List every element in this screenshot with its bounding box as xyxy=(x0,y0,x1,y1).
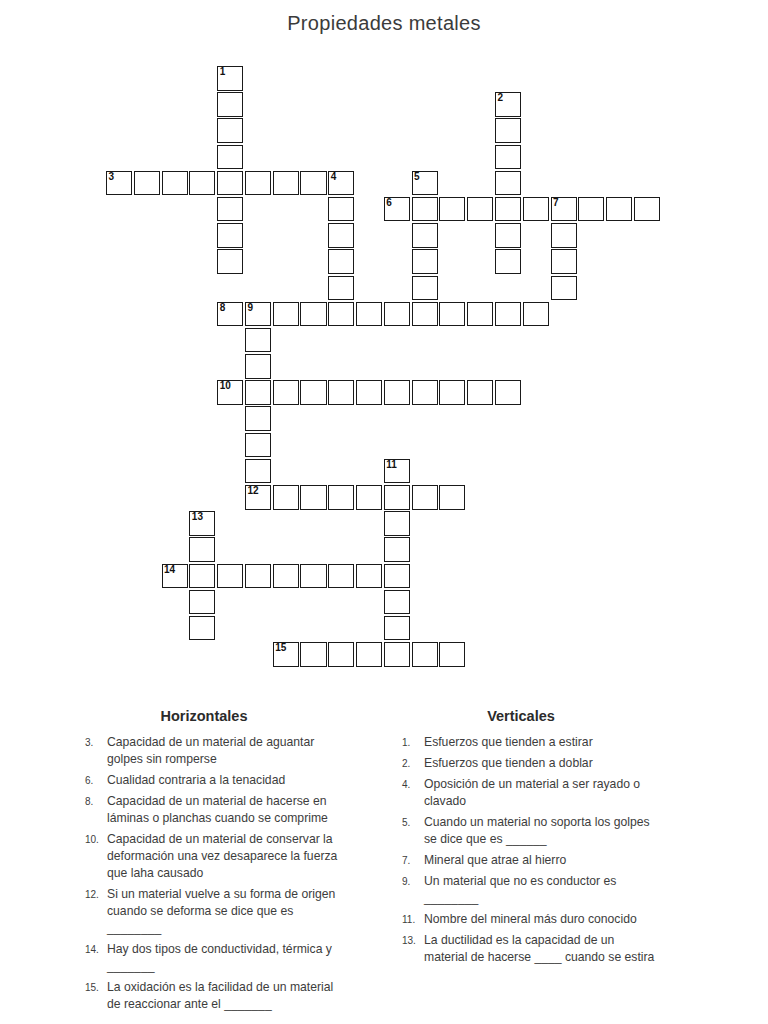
grid-cell[interactable] xyxy=(439,380,465,405)
grid-cell[interactable] xyxy=(439,642,465,667)
clue-text: Un material que no es conductor es _____… xyxy=(424,873,656,907)
clue-item: 13.La ductilidad es la capacidad de un m… xyxy=(402,932,668,966)
clue-text: Capacidad de un material de conservar la… xyxy=(107,831,339,882)
cell-number: 4 xyxy=(331,171,337,183)
grid-cell[interactable]: 11 xyxy=(384,459,410,484)
grid-cell[interactable] xyxy=(245,433,271,458)
grid-cell[interactable] xyxy=(189,171,215,196)
grid-cell[interactable] xyxy=(217,249,243,274)
cell-number: 5 xyxy=(414,171,420,183)
grid-cell[interactable] xyxy=(384,616,410,641)
cell-number: 12 xyxy=(247,485,258,497)
grid-cell[interactable] xyxy=(356,642,382,667)
clue-number: 4. xyxy=(402,776,424,810)
grid-cell[interactable] xyxy=(273,171,299,196)
clue-number: 2. xyxy=(402,755,424,772)
grid-cell[interactable] xyxy=(245,564,271,589)
grid-cell[interactable] xyxy=(189,590,215,615)
clue-item: 10.Capacidad de un material de conservar… xyxy=(85,831,351,882)
down-heading: Verticales xyxy=(402,707,668,725)
grid-cell[interactable] xyxy=(328,380,354,405)
grid-cell[interactable] xyxy=(300,642,326,667)
grid-cell[interactable] xyxy=(495,380,521,405)
grid-cell[interactable] xyxy=(551,249,577,274)
clue-number: 1. xyxy=(402,734,424,751)
clue-number: 11. xyxy=(402,911,424,928)
grid-cell[interactable]: 1 xyxy=(217,66,243,91)
cell-number: 13 xyxy=(192,511,203,523)
grid-cell[interactable] xyxy=(412,380,438,405)
down-clue-list: 1.Esfuerzos que tienden a estirar2.Esfue… xyxy=(402,734,668,966)
grid-cell[interactable] xyxy=(384,590,410,615)
clue-text: Capacidad de un material de aguantar gol… xyxy=(107,734,339,768)
clue-text: La ductilidad es la capacidad de un mate… xyxy=(424,932,656,966)
grid-cell[interactable]: 12 xyxy=(245,485,271,510)
grid-cell[interactable] xyxy=(467,302,493,327)
clue-item: 9.Un material que no es conductor es ___… xyxy=(402,873,668,907)
clue-text: Hay dos tipos de conductividad, térmica … xyxy=(107,941,339,975)
clue-item: 3.Capacidad de un material de aguantar g… xyxy=(85,734,351,768)
grid-cell[interactable] xyxy=(189,564,215,589)
grid-cell[interactable]: 2 xyxy=(495,92,521,117)
grid-cell[interactable] xyxy=(328,642,354,667)
cell-number: 10 xyxy=(220,380,231,392)
grid-cell[interactable] xyxy=(328,485,354,510)
clue-text: Cualidad contraria a la tenacidad xyxy=(107,772,339,789)
grid-cell[interactable] xyxy=(412,197,438,222)
grid-cell[interactable] xyxy=(495,145,521,170)
grid-cell[interactable] xyxy=(439,197,465,222)
grid-cell[interactable] xyxy=(495,223,521,248)
clue-item: 11.Nombre del mineral más duro conocido xyxy=(402,911,668,928)
grid-cell[interactable]: 5 xyxy=(412,171,438,196)
grid-cell[interactable] xyxy=(384,564,410,589)
clue-number: 10. xyxy=(85,831,107,882)
grid-cell[interactable] xyxy=(634,197,660,222)
crossword-grid: 123456789101112131415 xyxy=(106,66,660,667)
grid-cell[interactable] xyxy=(412,485,438,510)
grid-cell[interactable]: 13 xyxy=(189,511,215,536)
grid-cell[interactable] xyxy=(384,302,410,327)
clue-item: 8.Capacidad de un material de hacerse en… xyxy=(85,793,351,827)
grid-cell[interactable] xyxy=(273,380,299,405)
clue-item: 1.Esfuerzos que tienden a estirar xyxy=(402,734,668,751)
page-title: Propiedades metales xyxy=(0,12,768,35)
grid-cell[interactable]: 6 xyxy=(384,197,410,222)
cell-number: 2 xyxy=(497,92,503,104)
grid-cell[interactable] xyxy=(217,564,243,589)
clue-number: 6. xyxy=(85,772,107,789)
grid-cell[interactable]: 10 xyxy=(217,380,243,405)
clue-text: Esfuerzos que tienden a doblar xyxy=(424,755,656,772)
clue-number: 3. xyxy=(85,734,107,768)
grid-cell[interactable] xyxy=(189,537,215,562)
clue-item: 5.Cuando un material no soporta los golp… xyxy=(402,814,668,848)
grid-cell[interactable] xyxy=(300,302,326,327)
clue-text: La oxidación es la facilidad de un mater… xyxy=(107,979,339,1013)
grid-cell[interactable] xyxy=(495,171,521,196)
clue-text: Mineral que atrae al hierro xyxy=(424,852,656,869)
grid-cell[interactable] xyxy=(412,642,438,667)
cell-number: 11 xyxy=(386,459,397,471)
grid-cell[interactable] xyxy=(245,354,271,379)
grid-cell[interactable] xyxy=(217,197,243,222)
across-clue-list: 3.Capacidad de un material de aguantar g… xyxy=(85,734,351,1013)
grid-cell[interactable] xyxy=(328,197,354,222)
grid-cell[interactable] xyxy=(300,564,326,589)
grid-cell[interactable] xyxy=(300,171,326,196)
grid-cell[interactable] xyxy=(495,197,521,222)
clue-number: 7. xyxy=(402,852,424,869)
grid-cell[interactable] xyxy=(217,171,243,196)
grid-cell[interactable] xyxy=(412,302,438,327)
grid-cell[interactable] xyxy=(328,302,354,327)
cell-number: 8 xyxy=(220,302,226,314)
cell-number: 7 xyxy=(553,197,559,209)
grid-cell[interactable] xyxy=(384,511,410,536)
grid-cell[interactable] xyxy=(356,380,382,405)
grid-cell[interactable] xyxy=(384,537,410,562)
grid-cell[interactable] xyxy=(523,302,549,327)
clue-item: 7.Mineral que atrae al hierro xyxy=(402,852,668,869)
grid-cell[interactable]: 9 xyxy=(245,302,271,327)
grid-cell[interactable] xyxy=(578,197,604,222)
grid-cell[interactable] xyxy=(467,197,493,222)
grid-cell[interactable]: 4 xyxy=(328,171,354,196)
grid-cell[interactable] xyxy=(356,302,382,327)
grid-cell[interactable] xyxy=(245,328,271,353)
grid-cell[interactable] xyxy=(439,485,465,510)
grid-cell[interactable] xyxy=(439,302,465,327)
grid-cell[interactable] xyxy=(189,616,215,641)
clue-item: 6.Cualidad contraria a la tenacidad xyxy=(85,772,351,789)
clue-text: Oposición de un material a ser rayado o … xyxy=(424,776,656,810)
across-heading: Horizontales xyxy=(85,707,351,725)
cell-number: 14 xyxy=(164,564,175,576)
grid-cell[interactable] xyxy=(412,249,438,274)
grid-cell[interactable] xyxy=(245,459,271,484)
cell-number: 3 xyxy=(109,171,115,183)
cell-number: 1 xyxy=(220,66,226,78)
grid-cell[interactable] xyxy=(551,223,577,248)
clue-number: 15. xyxy=(85,979,107,1013)
grid-cell[interactable] xyxy=(356,485,382,510)
grid-cell[interactable] xyxy=(523,197,549,222)
clue-text: Esfuerzos que tienden a estirar xyxy=(424,734,656,751)
grid-cell[interactable] xyxy=(412,223,438,248)
grid-cell[interactable] xyxy=(217,145,243,170)
grid-cell[interactable] xyxy=(467,380,493,405)
grid-cell[interactable] xyxy=(300,380,326,405)
grid-cell[interactable] xyxy=(384,485,410,510)
clue-text: Cuando un material no soporta los golpes… xyxy=(424,814,656,848)
clue-number: 13. xyxy=(402,932,424,966)
grid-cell[interactable] xyxy=(162,171,188,196)
clue-number: 8. xyxy=(85,793,107,827)
clue-item: 2.Esfuerzos que tienden a doblar xyxy=(402,755,668,772)
clue-text: Nombre del mineral más duro conocido xyxy=(424,911,656,928)
grid-cell[interactable]: 7 xyxy=(551,197,577,222)
clue-number: 5. xyxy=(402,814,424,848)
grid-cell[interactable]: 15 xyxy=(273,642,299,667)
grid-cell[interactable]: 8 xyxy=(217,302,243,327)
cell-number: 15 xyxy=(275,642,286,654)
cell-number: 9 xyxy=(247,302,253,314)
grid-cell[interactable] xyxy=(245,406,271,431)
clue-number: 9. xyxy=(402,873,424,907)
clue-item: 15.La oxidación es la facilidad de un ma… xyxy=(85,979,351,1013)
grid-cell[interactable] xyxy=(606,197,632,222)
grid-cell[interactable] xyxy=(245,380,271,405)
down-clues-column: Verticales 1.Esfuerzos que tienden a est… xyxy=(402,707,668,970)
across-clues-column: Horizontales 3.Capacidad de un material … xyxy=(85,707,351,1017)
grid-cell[interactable] xyxy=(412,276,438,301)
grid-cell[interactable] xyxy=(495,302,521,327)
grid-cell[interactable] xyxy=(217,223,243,248)
cell-number: 6 xyxy=(386,197,392,209)
clue-item: 4.Oposición de un material a ser rayado … xyxy=(402,776,668,810)
grid-cell[interactable]: 14 xyxy=(162,564,188,589)
clue-number: 14. xyxy=(85,941,107,975)
grid-cell[interactable] xyxy=(300,485,326,510)
grid-cell[interactable] xyxy=(384,380,410,405)
grid-cell[interactable] xyxy=(245,171,271,196)
grid-cell[interactable] xyxy=(495,249,521,274)
grid-cell[interactable] xyxy=(328,249,354,274)
clue-item: 12.Si un material vuelve a su forma de o… xyxy=(85,886,351,937)
grid-cell[interactable] xyxy=(384,642,410,667)
grid-cell[interactable] xyxy=(328,223,354,248)
grid-cell[interactable]: 3 xyxy=(106,171,132,196)
clue-number: 12. xyxy=(85,886,107,937)
grid-cell[interactable] xyxy=(495,118,521,143)
grid-cell[interactable] xyxy=(273,302,299,327)
grid-cell[interactable] xyxy=(273,485,299,510)
grid-cell[interactable] xyxy=(273,564,299,589)
grid-cell[interactable] xyxy=(328,564,354,589)
grid-cell[interactable] xyxy=(356,564,382,589)
clue-text: Capacidad de un material de hacerse en l… xyxy=(107,793,339,827)
grid-cell[interactable] xyxy=(134,171,160,196)
clue-item: 14.Hay dos tipos de conductividad, térmi… xyxy=(85,941,351,975)
grid-cell[interactable] xyxy=(551,276,577,301)
grid-cell[interactable] xyxy=(217,92,243,117)
clue-text: Si un material vuelve a su forma de orig… xyxy=(107,886,339,937)
grid-cell[interactable] xyxy=(217,118,243,143)
grid-cell[interactable] xyxy=(328,276,354,301)
